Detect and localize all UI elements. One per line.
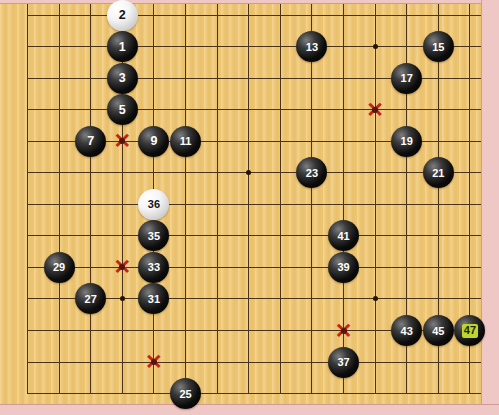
move-number: 39 bbox=[337, 261, 349, 273]
move-number: 35 bbox=[148, 230, 160, 242]
move-number: 21 bbox=[432, 167, 444, 179]
move-number: 37 bbox=[337, 356, 349, 368]
move-number: 5 bbox=[119, 103, 126, 117]
x-mark-center-dot bbox=[151, 359, 157, 365]
stone-black-5[interactable]: 5 bbox=[107, 94, 138, 125]
move-number: 15 bbox=[432, 41, 444, 53]
stone-white-2[interactable]: 2 bbox=[107, 0, 138, 31]
border-right bbox=[481, 0, 499, 415]
grid-line-vertical bbox=[248, 3, 249, 394]
border-top bbox=[0, 0, 499, 4]
move-number: 43 bbox=[401, 325, 413, 337]
grid-line-horizontal bbox=[27, 362, 481, 363]
move-number: 17 bbox=[401, 72, 413, 84]
move-number: 2 bbox=[119, 8, 126, 22]
grid-line-vertical bbox=[90, 3, 91, 394]
stone-black-29[interactable]: 29 bbox=[44, 252, 75, 283]
grid-line-horizontal bbox=[27, 46, 481, 47]
grid-line-vertical bbox=[217, 3, 218, 394]
move-number: 19 bbox=[401, 135, 413, 147]
move-number: 13 bbox=[306, 41, 318, 53]
grid-line-horizontal bbox=[27, 267, 481, 268]
move-number: 25 bbox=[179, 388, 191, 400]
stone-black-37[interactable]: 37 bbox=[328, 347, 359, 378]
move-number: 29 bbox=[53, 261, 65, 273]
stone-black-17[interactable]: 17 bbox=[391, 63, 422, 94]
move-number: 31 bbox=[148, 293, 160, 305]
move-number: 47 bbox=[462, 324, 478, 338]
move-number: 33 bbox=[148, 261, 160, 273]
grid-line-horizontal bbox=[27, 204, 481, 205]
x-capture-mark: ✕ bbox=[143, 351, 165, 373]
grid-line-vertical bbox=[375, 3, 376, 394]
grid-line-vertical bbox=[27, 3, 28, 394]
move-number: 45 bbox=[432, 325, 444, 337]
stone-black-3[interactable]: 3 bbox=[107, 63, 138, 94]
grid-line-horizontal bbox=[27, 172, 481, 173]
move-number: 3 bbox=[119, 71, 126, 85]
move-number: 41 bbox=[337, 230, 349, 242]
stone-black-1[interactable]: 1 bbox=[107, 31, 138, 62]
move-number: 1 bbox=[119, 40, 126, 54]
star-point bbox=[373, 44, 378, 49]
move-number: 9 bbox=[150, 134, 157, 148]
stone-black-19[interactable]: 19 bbox=[391, 126, 422, 157]
grid-line-horizontal bbox=[27, 393, 481, 394]
stone-black-11[interactable]: 11 bbox=[170, 126, 201, 157]
stone-black-9[interactable]: 9 bbox=[138, 126, 169, 157]
x-mark-center-dot bbox=[119, 138, 125, 144]
x-mark-center-dot bbox=[372, 107, 378, 113]
x-capture-mark: ✕ bbox=[111, 256, 133, 278]
grid-line-horizontal bbox=[27, 109, 481, 110]
stone-black-39[interactable]: 39 bbox=[328, 252, 359, 283]
x-capture-mark: ✕ bbox=[364, 99, 386, 121]
grid-line-vertical bbox=[280, 3, 281, 394]
x-mark-center-dot bbox=[341, 328, 347, 334]
stone-black-45[interactable]: 45 bbox=[423, 315, 454, 346]
stone-white-36[interactable]: 36 bbox=[138, 189, 169, 220]
move-number: 11 bbox=[180, 135, 192, 147]
stone-black-25[interactable]: 25 bbox=[170, 378, 201, 409]
move-number: 23 bbox=[306, 167, 318, 179]
stone-black-7[interactable]: 7 bbox=[75, 126, 106, 157]
x-capture-mark: ✕ bbox=[333, 320, 355, 342]
stone-black-15[interactable]: 15 bbox=[423, 31, 454, 62]
x-mark-center-dot bbox=[119, 264, 125, 270]
grid-line-vertical bbox=[185, 3, 186, 394]
move-number: 27 bbox=[85, 293, 97, 305]
grid-line-horizontal bbox=[27, 15, 481, 16]
stone-black-43[interactable]: 43 bbox=[391, 315, 422, 346]
grid-line-horizontal bbox=[27, 235, 481, 236]
go-board[interactable]: ✕✕✕✕✕ 1235791113151719212325272931333536… bbox=[0, 0, 499, 415]
x-capture-mark: ✕ bbox=[111, 130, 133, 152]
move-number: 7 bbox=[87, 134, 94, 148]
border-bottom bbox=[0, 404, 499, 415]
grid-line-vertical bbox=[59, 3, 60, 394]
move-number: 36 bbox=[148, 198, 160, 210]
stone-black-21[interactable]: 21 bbox=[423, 157, 454, 188]
board-wood bbox=[0, 0, 499, 415]
